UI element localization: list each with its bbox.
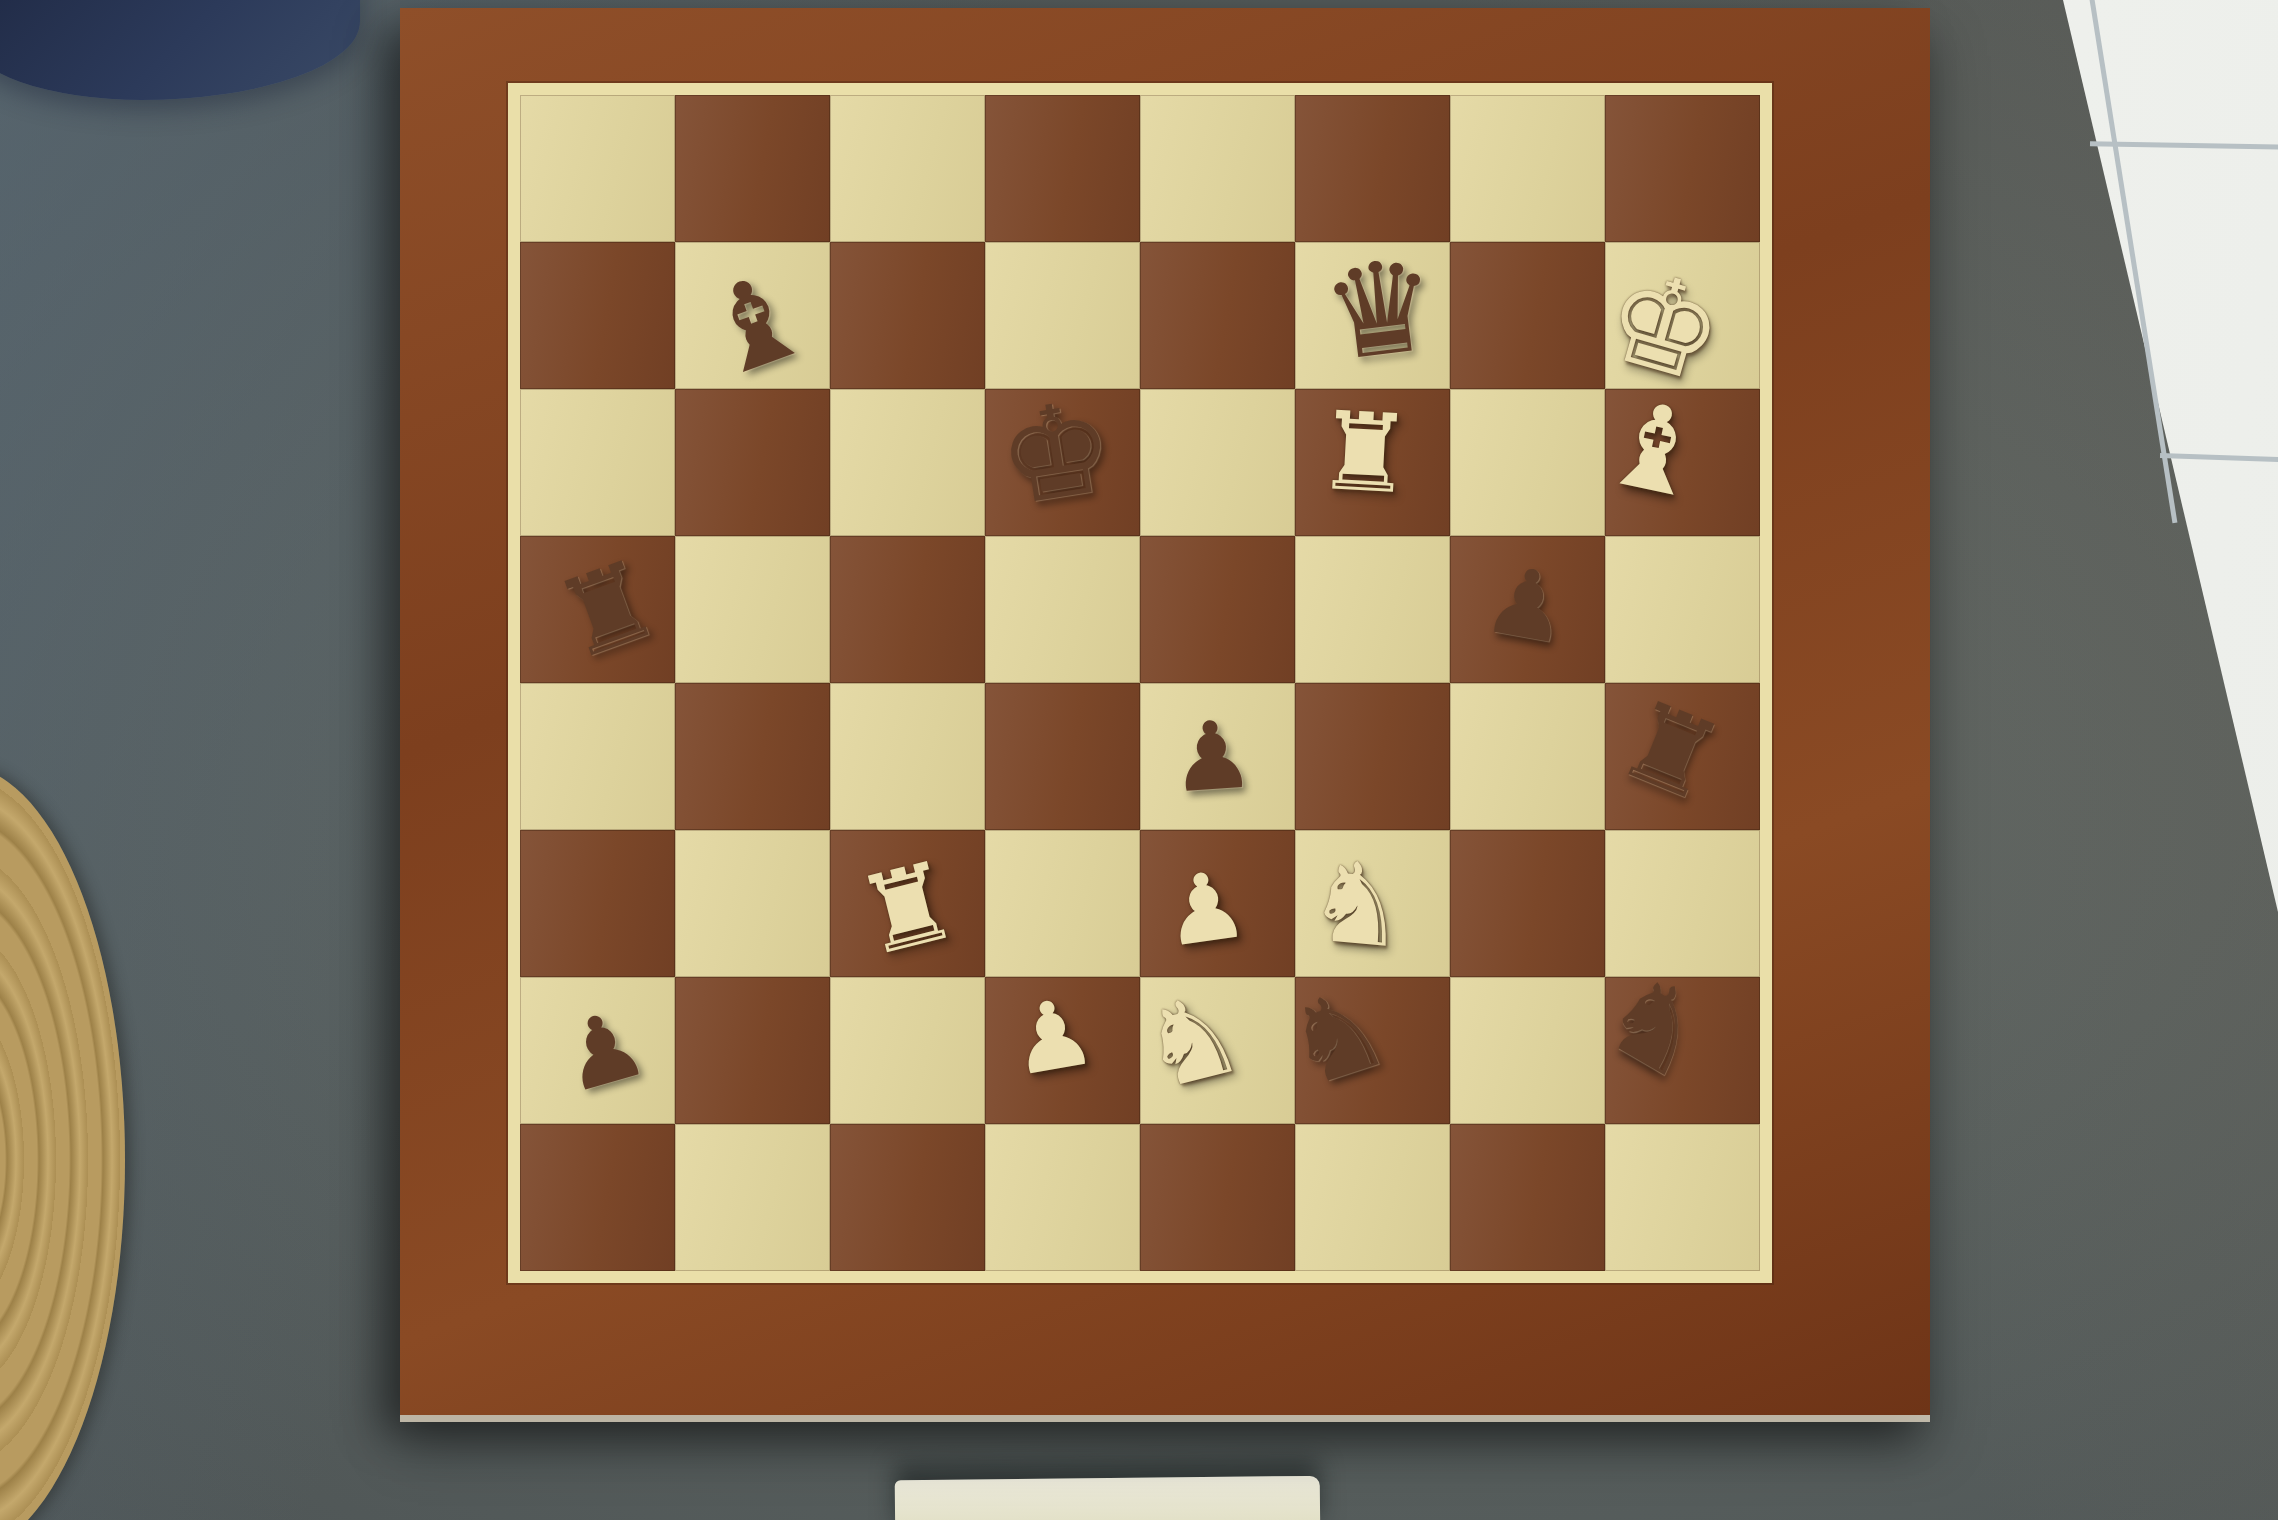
square-e3[interactable]: ♟ (1140, 830, 1295, 977)
square-f8[interactable] (1295, 95, 1450, 242)
square-d6[interactable]: ♚ (985, 389, 1140, 536)
square-h3[interactable] (1605, 830, 1760, 977)
square-a2[interactable]: ♟ (520, 977, 675, 1124)
black-pawn-a2[interactable]: ♟ (550, 994, 657, 1108)
black-rook-h4[interactable]: ♜ (1605, 682, 1735, 818)
square-h7[interactable]: ♚ (1605, 242, 1760, 389)
square-g5[interactable]: ♟ (1450, 536, 1605, 683)
square-d4[interactable] (985, 683, 1140, 830)
square-e1[interactable] (1140, 1124, 1295, 1271)
square-b3[interactable] (675, 830, 830, 977)
square-f2[interactable]: ♞ (1295, 977, 1450, 1124)
black-bishop-b7[interactable]: ♝ (685, 250, 825, 397)
square-b5[interactable] (675, 536, 830, 683)
square-h8[interactable] (1605, 95, 1760, 242)
square-c2[interactable] (830, 977, 985, 1124)
chessboard-grid: ♝♛♚♚♜♝♜♟♟♜♜♟♞♟♟♞♞♞ (508, 83, 1772, 1283)
square-f4[interactable] (1295, 683, 1450, 830)
square-g3[interactable] (1450, 830, 1605, 977)
square-e5[interactable] (1140, 536, 1295, 683)
square-c6[interactable] (830, 389, 985, 536)
square-g1[interactable] (1450, 1124, 1605, 1271)
square-c3[interactable]: ♜ (830, 830, 985, 977)
black-pawn-e4[interactable]: ♟ (1167, 707, 1258, 807)
square-c7[interactable] (830, 242, 985, 389)
square-f7[interactable]: ♛ (1295, 242, 1450, 389)
square-b7[interactable]: ♝ (675, 242, 830, 389)
woven-mat (0, 765, 125, 1520)
square-d5[interactable] (985, 536, 1140, 683)
square-g7[interactable] (1450, 242, 1605, 389)
black-king-d6[interactable]: ♚ (990, 380, 1123, 524)
black-queen-f7[interactable]: ♛ (1316, 239, 1445, 380)
square-a5[interactable]: ♜ (520, 536, 675, 683)
square-d3[interactable] (985, 830, 1140, 977)
black-rook-a5[interactable]: ♜ (544, 542, 672, 677)
square-d1[interactable] (985, 1124, 1140, 1271)
white-bishop-h6[interactable]: ♝ (1590, 380, 1718, 517)
white-knight-e2[interactable]: ♞ (1129, 974, 1254, 1107)
square-a1[interactable] (520, 1124, 675, 1271)
square-d7[interactable] (985, 242, 1140, 389)
square-h6[interactable]: ♝ (1605, 389, 1760, 536)
white-pawn-d2[interactable]: ♟ (1003, 983, 1102, 1090)
square-b4[interactable] (675, 683, 830, 830)
black-pawn-g5[interactable]: ♟ (1478, 551, 1577, 658)
scene: ♝♛♚♚♜♝♜♟♟♜♜♟♞♟♟♞♞♞ (0, 0, 2278, 1520)
square-e8[interactable] (1140, 95, 1295, 242)
square-g8[interactable] (1450, 95, 1605, 242)
square-f1[interactable] (1295, 1124, 1450, 1271)
square-f3[interactable]: ♞ (1295, 830, 1450, 977)
square-c8[interactable] (830, 95, 985, 242)
square-c4[interactable] (830, 683, 985, 830)
square-a8[interactable] (520, 95, 675, 242)
square-g4[interactable] (1450, 683, 1605, 830)
square-f5[interactable] (1295, 536, 1450, 683)
square-b6[interactable] (675, 389, 830, 536)
square-a7[interactable] (520, 242, 675, 389)
square-a6[interactable] (520, 389, 675, 536)
square-e7[interactable] (1140, 242, 1295, 389)
square-e6[interactable] (1140, 389, 1295, 536)
square-b2[interactable] (675, 977, 830, 1124)
square-f6[interactable]: ♜ (1295, 389, 1450, 536)
beige-object (895, 1476, 1321, 1520)
square-c5[interactable] (830, 536, 985, 683)
square-d2[interactable]: ♟ (985, 977, 1140, 1124)
square-g2[interactable] (1450, 977, 1605, 1124)
square-b8[interactable] (675, 95, 830, 242)
square-a3[interactable] (520, 830, 675, 977)
square-h2[interactable]: ♞ (1605, 977, 1760, 1124)
white-pawn-e3[interactable]: ♟ (1157, 856, 1254, 961)
square-d8[interactable] (985, 95, 1140, 242)
white-rook-f6[interactable]: ♜ (1313, 396, 1415, 509)
square-h4[interactable]: ♜ (1605, 683, 1760, 830)
square-h5[interactable] (1605, 536, 1760, 683)
navy-cushion (0, 0, 360, 100)
square-c1[interactable] (830, 1124, 985, 1271)
square-e4[interactable]: ♟ (1140, 683, 1295, 830)
white-rook-c3[interactable]: ♜ (847, 844, 967, 972)
square-b1[interactable] (675, 1124, 830, 1271)
square-a4[interactable] (520, 683, 675, 830)
square-g6[interactable] (1450, 389, 1605, 536)
chessboard-frame: ♝♛♚♚♜♝♜♟♟♜♜♟♞♟♟♞♞♞ (400, 8, 1930, 1415)
square-h1[interactable] (1605, 1124, 1760, 1271)
white-knight-f3[interactable]: ♞ (1303, 843, 1413, 963)
